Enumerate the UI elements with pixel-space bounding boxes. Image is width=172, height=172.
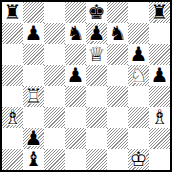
rook-icon: ♖: [23, 86, 44, 107]
square-d3[interactable]: [65, 107, 86, 128]
square-c3[interactable]: [44, 107, 65, 128]
square-c2[interactable]: [44, 128, 65, 149]
square-a1[interactable]: [2, 149, 23, 170]
square-g4[interactable]: [128, 86, 149, 107]
square-g8[interactable]: [128, 2, 149, 23]
black-bishop-b1[interactable]: ♝: [23, 149, 44, 170]
square-f2[interactable]: [107, 128, 128, 149]
square-a5[interactable]: [2, 65, 23, 86]
square-f4[interactable]: [107, 86, 128, 107]
square-c7[interactable]: [44, 23, 65, 44]
square-f3[interactable]: [107, 107, 128, 128]
square-c5[interactable]: [44, 65, 65, 86]
square-f6[interactable]: [107, 44, 128, 65]
square-c4[interactable]: [44, 86, 65, 107]
square-a7[interactable]: [2, 23, 23, 44]
square-f1[interactable]: [107, 149, 128, 170]
square-g1[interactable]: ♚♔: [128, 149, 149, 170]
square-b5[interactable]: [23, 65, 44, 86]
square-h2[interactable]: [149, 128, 170, 149]
square-d4[interactable]: [65, 86, 86, 107]
square-g2[interactable]: [128, 128, 149, 149]
black-knight-f7[interactable]: ♞: [107, 23, 128, 44]
square-c1[interactable]: [44, 149, 65, 170]
square-e7[interactable]: ♟: [86, 23, 107, 44]
black-pawn-g6[interactable]: ♟: [128, 44, 149, 65]
square-c8[interactable]: [44, 2, 65, 23]
square-b4[interactable]: ♜♖: [23, 86, 44, 107]
black-pawn-e7[interactable]: ♟: [86, 23, 107, 44]
black-rook-a8[interactable]: ♜: [2, 2, 23, 23]
black-knight-d7[interactable]: ♞: [65, 23, 86, 44]
square-b2[interactable]: ♟: [23, 128, 44, 149]
square-d1[interactable]: [65, 149, 86, 170]
square-d6[interactable]: [65, 44, 86, 65]
square-e6[interactable]: ♛♕: [86, 44, 107, 65]
black-pawn-h5[interactable]: ♟: [149, 65, 170, 86]
black-pawn-b2[interactable]: ♟: [23, 128, 44, 149]
square-a3[interactable]: ♝♗: [2, 107, 23, 128]
square-c6[interactable]: [44, 44, 65, 65]
black-pawn-d5[interactable]: ♟: [65, 65, 86, 86]
square-a6[interactable]: [2, 44, 23, 65]
square-e4[interactable]: [86, 86, 107, 107]
square-h4[interactable]: [149, 86, 170, 107]
square-h1[interactable]: [149, 149, 170, 170]
square-f7[interactable]: ♞: [107, 23, 128, 44]
white-bishop-h3[interactable]: ♝♗: [149, 107, 170, 128]
square-e3[interactable]: [86, 107, 107, 128]
square-e2[interactable]: [86, 128, 107, 149]
square-a8[interactable]: ♜: [2, 2, 23, 23]
square-d8[interactable]: [65, 2, 86, 23]
black-rook-h8[interactable]: ♜: [149, 2, 170, 23]
square-g6[interactable]: ♟: [128, 44, 149, 65]
queen-icon: ♕: [86, 44, 107, 65]
square-b6[interactable]: [23, 44, 44, 65]
white-knight-g5[interactable]: ♞♘: [128, 65, 149, 86]
white-queen-e6[interactable]: ♛♕: [86, 44, 107, 65]
square-f8[interactable]: [107, 2, 128, 23]
square-e5[interactable]: [86, 65, 107, 86]
black-king-e8[interactable]: ♚: [86, 2, 107, 23]
square-e1[interactable]: [86, 149, 107, 170]
square-h3[interactable]: ♝♗: [149, 107, 170, 128]
square-g7[interactable]: [128, 23, 149, 44]
king-icon: ♔: [128, 149, 149, 170]
square-d2[interactable]: [65, 128, 86, 149]
square-f5[interactable]: [107, 65, 128, 86]
square-h5[interactable]: ♟: [149, 65, 170, 86]
square-h7[interactable]: [149, 23, 170, 44]
white-rook-b4[interactable]: ♜♖: [23, 86, 44, 107]
white-bishop-a3[interactable]: ♝♗: [2, 107, 23, 128]
square-b8[interactable]: [23, 2, 44, 23]
square-e8[interactable]: ♚: [86, 2, 107, 23]
bishop-icon: ♗: [2, 107, 23, 128]
square-h6[interactable]: [149, 44, 170, 65]
black-pawn-b7[interactable]: ♟: [23, 23, 44, 44]
square-g3[interactable]: [128, 107, 149, 128]
white-king-g1[interactable]: ♚♔: [128, 149, 149, 170]
square-g5[interactable]: ♞♘: [128, 65, 149, 86]
square-d7[interactable]: ♞: [65, 23, 86, 44]
square-a4[interactable]: [2, 86, 23, 107]
chess-board: ♜♚♜♟♞♟♞♛♕♟♟♞♘♟♜♖♝♗♝♗♟♝♚♔: [0, 0, 172, 172]
square-d5[interactable]: ♟: [65, 65, 86, 86]
square-h8[interactable]: ♜: [149, 2, 170, 23]
square-b3[interactable]: [23, 107, 44, 128]
knight-icon: ♘: [128, 65, 149, 86]
bishop-icon: ♗: [149, 107, 170, 128]
square-b7[interactable]: ♟: [23, 23, 44, 44]
square-a2[interactable]: [2, 128, 23, 149]
square-b1[interactable]: ♝: [23, 149, 44, 170]
